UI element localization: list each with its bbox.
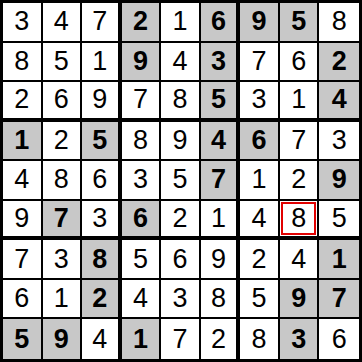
- cell-r4c4[interactable]: 8: [122, 122, 162, 162]
- cell-r3c9[interactable]: 4: [319, 82, 359, 122]
- cell-r1c3[interactable]: 7: [82, 3, 122, 43]
- cell-r5c6[interactable]: 7: [201, 161, 241, 201]
- cell-r7c8[interactable]: 4: [280, 240, 320, 280]
- cell-r7c6[interactable]: 9: [201, 240, 241, 280]
- cell-r4c1[interactable]: 1: [3, 122, 43, 162]
- cell-r9c5[interactable]: 7: [161, 319, 201, 359]
- cell-r1c8[interactable]: 5: [280, 3, 320, 43]
- cell-r9c9[interactable]: 6: [319, 319, 359, 359]
- cell-r4c9[interactable]: 3: [319, 122, 359, 162]
- cell-r9c6[interactable]: 2: [201, 319, 241, 359]
- cell-r9c8[interactable]: 3: [280, 319, 320, 359]
- cell-r1c7[interactable]: 9: [240, 3, 280, 43]
- cell-r9c7[interactable]: 8: [240, 319, 280, 359]
- cell-r6c9[interactable]: 5: [319, 201, 359, 241]
- cell-r5c1[interactable]: 4: [3, 161, 43, 201]
- cell-r4c6[interactable]: 4: [201, 122, 241, 162]
- cell-r6c6[interactable]: 1: [201, 201, 241, 241]
- cell-r2c6[interactable]: 3: [201, 43, 241, 83]
- cell-r2c5[interactable]: 4: [161, 43, 201, 83]
- cell-r9c4[interactable]: 1: [122, 319, 162, 359]
- cell-r5c9[interactable]: 9: [319, 161, 359, 201]
- cell-r6c1[interactable]: 9: [3, 201, 43, 241]
- cell-r8c3[interactable]: 2: [82, 280, 122, 320]
- cell-r5c3[interactable]: 6: [82, 161, 122, 201]
- cell-r4c2[interactable]: 2: [43, 122, 83, 162]
- cell-r7c2[interactable]: 3: [43, 240, 83, 280]
- cell-r9c2[interactable]: 9: [43, 319, 83, 359]
- cell-r1c4[interactable]: 2: [122, 3, 162, 43]
- cell-r3c2[interactable]: 6: [43, 82, 83, 122]
- cell-r1c9[interactable]: 8: [319, 3, 359, 43]
- cell-r2c8[interactable]: 6: [280, 43, 320, 83]
- cell-r3c4[interactable]: 7: [122, 82, 162, 122]
- cell-r7c1[interactable]: 7: [3, 240, 43, 280]
- cell-r1c5[interactable]: 1: [161, 3, 201, 43]
- cell-r7c3[interactable]: 8: [82, 240, 122, 280]
- cell-r4c8[interactable]: 7: [280, 122, 320, 162]
- cell-r5c4[interactable]: 3: [122, 161, 162, 201]
- cell-r3c3[interactable]: 9: [82, 82, 122, 122]
- cell-r5c2[interactable]: 8: [43, 161, 83, 201]
- cell-r8c9[interactable]: 7: [319, 280, 359, 320]
- cell-r6c8[interactable]: 8: [280, 201, 320, 241]
- cell-r5c8[interactable]: 2: [280, 161, 320, 201]
- cell-r8c6[interactable]: 8: [201, 280, 241, 320]
- cell-r8c7[interactable]: 5: [240, 280, 280, 320]
- cell-r2c9[interactable]: 2: [319, 43, 359, 83]
- cell-r8c5[interactable]: 3: [161, 280, 201, 320]
- cell-r4c7[interactable]: 6: [240, 122, 280, 162]
- cell-r2c3[interactable]: 1: [82, 43, 122, 83]
- cell-r1c2[interactable]: 4: [43, 3, 83, 43]
- sudoku-board: 3472169588519437622697853141258946734863…: [0, 0, 362, 362]
- cell-r4c5[interactable]: 9: [161, 122, 201, 162]
- cell-r2c4[interactable]: 9: [122, 43, 162, 83]
- cell-r4c3[interactable]: 5: [82, 122, 122, 162]
- cell-r7c4[interactable]: 5: [122, 240, 162, 280]
- cell-r6c2[interactable]: 7: [43, 201, 83, 241]
- cell-r2c2[interactable]: 5: [43, 43, 83, 83]
- cell-r6c5[interactable]: 2: [161, 201, 201, 241]
- cell-r5c5[interactable]: 5: [161, 161, 201, 201]
- cell-r3c5[interactable]: 8: [161, 82, 201, 122]
- cell-r7c5[interactable]: 6: [161, 240, 201, 280]
- cell-r8c8[interactable]: 9: [280, 280, 320, 320]
- cell-r6c4[interactable]: 6: [122, 201, 162, 241]
- cell-r8c1[interactable]: 6: [3, 280, 43, 320]
- cell-r3c8[interactable]: 1: [280, 82, 320, 122]
- cell-r3c6[interactable]: 5: [201, 82, 241, 122]
- cell-r1c6[interactable]: 6: [201, 3, 241, 43]
- cell-r3c1[interactable]: 2: [3, 82, 43, 122]
- cell-r9c1[interactable]: 5: [3, 319, 43, 359]
- cell-r2c1[interactable]: 8: [3, 43, 43, 83]
- cell-r7c9[interactable]: 1: [319, 240, 359, 280]
- cell-r1c1[interactable]: 3: [3, 3, 43, 43]
- cell-r6c3[interactable]: 3: [82, 201, 122, 241]
- cell-r3c7[interactable]: 3: [240, 82, 280, 122]
- cell-r9c3[interactable]: 4: [82, 319, 122, 359]
- cell-r2c7[interactable]: 7: [240, 43, 280, 83]
- cell-r8c2[interactable]: 1: [43, 280, 83, 320]
- cell-r7c7[interactable]: 2: [240, 240, 280, 280]
- cell-r6c7[interactable]: 4: [240, 201, 280, 241]
- cell-r8c4[interactable]: 4: [122, 280, 162, 320]
- cell-r5c7[interactable]: 1: [240, 161, 280, 201]
